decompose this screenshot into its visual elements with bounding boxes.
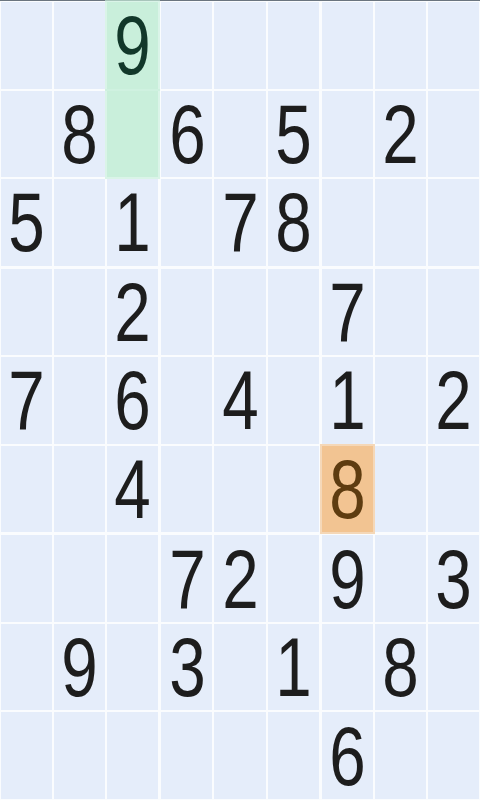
cell-r4c8[interactable] <box>375 269 426 356</box>
cell-r6c6[interactable] <box>268 446 319 533</box>
cell-r1c6[interactable] <box>268 2 319 89</box>
cell-r6c2[interactable] <box>54 446 105 533</box>
cell-r1c7[interactable] <box>322 2 373 89</box>
cell-digit: 2 <box>115 270 151 354</box>
cell-digit: 7 <box>8 358 44 442</box>
cell-r3c1[interactable]: 5 <box>1 179 52 266</box>
cell-digit: 2 <box>435 358 471 442</box>
cell-r9c4[interactable] <box>161 712 212 799</box>
cell-r8c9[interactable] <box>428 624 479 711</box>
cell-r2c6[interactable]: 5 <box>268 91 319 178</box>
cell-r3c4[interactable] <box>161 179 212 266</box>
cell-digit: 8 <box>275 180 311 264</box>
cell-digit: 5 <box>275 92 311 176</box>
cell-r2c3[interactable] <box>107 91 158 178</box>
cell-r1c2[interactable] <box>54 2 105 89</box>
box-6: 7128 <box>322 269 479 533</box>
cell-digit: 7 <box>169 537 205 621</box>
cell-digit: 8 <box>61 92 97 176</box>
box-7: 9 <box>1 535 158 799</box>
cell-r1c9[interactable] <box>428 2 479 89</box>
cell-r9c8[interactable] <box>375 712 426 799</box>
cell-r3c3[interactable]: 1 <box>107 179 158 266</box>
cell-digit: 4 <box>115 447 151 531</box>
cell-r8c6[interactable]: 1 <box>268 624 319 711</box>
cell-r8c2[interactable]: 9 <box>54 624 105 711</box>
cell-r8c1[interactable] <box>1 624 52 711</box>
cell-r8c8[interactable]: 8 <box>375 624 426 711</box>
cell-r4c2[interactable] <box>54 269 105 356</box>
cell-digit: 3 <box>169 625 205 709</box>
cell-r9c9[interactable] <box>428 712 479 799</box>
cell-r1c8[interactable] <box>375 2 426 89</box>
sudoku-board: 985165782276447128972319386 <box>0 0 480 800</box>
cell-r6c8[interactable] <box>375 446 426 533</box>
cell-digit: 3 <box>435 537 471 621</box>
cell-r3c5[interactable]: 7 <box>214 179 265 266</box>
cell-r2c7[interactable] <box>322 91 373 178</box>
cell-r2c4[interactable]: 6 <box>161 91 212 178</box>
cell-r5c4[interactable] <box>161 357 212 444</box>
box-3: 2 <box>322 2 479 266</box>
cell-digit: 1 <box>329 358 365 442</box>
cell-r2c9[interactable] <box>428 91 479 178</box>
cell-digit: 1 <box>275 625 311 709</box>
cell-r5c9[interactable]: 2 <box>428 357 479 444</box>
cell-r9c1[interactable] <box>1 712 52 799</box>
cell-digit: 8 <box>382 625 418 709</box>
cell-r1c5[interactable] <box>214 2 265 89</box>
cell-r6c5[interactable] <box>214 446 265 533</box>
box-5: 4 <box>161 269 318 533</box>
cell-r9c2[interactable] <box>54 712 105 799</box>
cell-r4c6[interactable] <box>268 269 319 356</box>
cell-digit: 1 <box>115 180 151 264</box>
cell-r2c2[interactable]: 8 <box>54 91 105 178</box>
cell-digit: 9 <box>329 537 365 621</box>
cell-digit: 6 <box>169 92 205 176</box>
cell-digit: 7 <box>222 180 258 264</box>
cell-digit: 2 <box>382 92 418 176</box>
cell-r8c7[interactable] <box>322 624 373 711</box>
cell-r7c7[interactable]: 9 <box>322 535 373 622</box>
cell-r6c7[interactable]: 8 <box>322 446 373 533</box>
cell-digit: 9 <box>115 3 151 87</box>
cell-r2c5[interactable] <box>214 91 265 178</box>
cell-r6c3[interactable]: 4 <box>107 446 158 533</box>
cell-r9c5[interactable] <box>214 712 265 799</box>
cell-r5c8[interactable] <box>375 357 426 444</box>
cell-r4c9[interactable] <box>428 269 479 356</box>
cell-r4c3[interactable]: 2 <box>107 269 158 356</box>
cell-r4c7[interactable]: 7 <box>322 269 373 356</box>
cell-r5c1[interactable]: 7 <box>1 357 52 444</box>
cell-digit: 7 <box>329 270 365 354</box>
cell-r5c6[interactable] <box>268 357 319 444</box>
cell-r2c1[interactable] <box>1 91 52 178</box>
box-8: 7231 <box>161 535 318 799</box>
cell-digit: 9 <box>61 625 97 709</box>
box-4: 2764 <box>1 269 158 533</box>
cell-r8c3[interactable] <box>107 624 158 711</box>
cell-digit: 6 <box>115 358 151 442</box>
cell-r5c2[interactable] <box>54 357 105 444</box>
cell-r1c4[interactable] <box>161 2 212 89</box>
cell-r4c1[interactable] <box>1 269 52 356</box>
cell-r8c5[interactable] <box>214 624 265 711</box>
cell-digit: 5 <box>8 180 44 264</box>
cell-r6c4[interactable] <box>161 446 212 533</box>
cell-r8c4[interactable]: 3 <box>161 624 212 711</box>
cell-r4c5[interactable] <box>214 269 265 356</box>
cell-r3c8[interactable] <box>375 179 426 266</box>
cell-r7c9[interactable]: 3 <box>428 535 479 622</box>
cell-r7c1[interactable] <box>1 535 52 622</box>
cell-r2c8[interactable]: 2 <box>375 91 426 178</box>
box-9: 9386 <box>322 535 479 799</box>
box-2: 6578 <box>161 2 318 266</box>
cell-r7c6[interactable] <box>268 535 319 622</box>
box-1: 9851 <box>1 2 158 266</box>
cell-r3c2[interactable] <box>54 179 105 266</box>
cell-r5c7[interactable]: 1 <box>322 357 373 444</box>
cell-r4c4[interactable] <box>161 269 212 356</box>
cell-r3c7[interactable] <box>322 179 373 266</box>
cell-r9c7[interactable]: 6 <box>322 712 373 799</box>
cell-r5c3[interactable]: 6 <box>107 357 158 444</box>
cell-digit: 6 <box>329 714 365 798</box>
cell-r7c8[interactable] <box>375 535 426 622</box>
cell-digit: 4 <box>222 358 258 442</box>
cell-r9c6[interactable] <box>268 712 319 799</box>
cell-r7c5[interactable]: 2 <box>214 535 265 622</box>
cell-digit: 8 <box>329 447 365 531</box>
cell-r9c3[interactable] <box>107 712 158 799</box>
cell-r3c9[interactable] <box>428 179 479 266</box>
cell-r6c1[interactable] <box>1 446 52 533</box>
cell-r1c3[interactable]: 9 <box>107 2 158 89</box>
cell-r1c1[interactable] <box>1 2 52 89</box>
cell-digit: 2 <box>222 537 258 621</box>
cell-r5c5[interactable]: 4 <box>214 357 265 444</box>
cell-r6c9[interactable] <box>428 446 479 533</box>
cell-r7c2[interactable] <box>54 535 105 622</box>
cell-r7c3[interactable] <box>107 535 158 622</box>
cell-r7c4[interactable]: 7 <box>161 535 212 622</box>
cell-r3c6[interactable]: 8 <box>268 179 319 266</box>
